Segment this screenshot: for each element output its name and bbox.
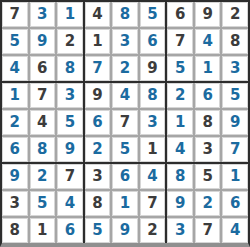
cell-r6c5[interactable]: 5 [112,137,138,162]
cell-r2c8[interactable]: 4 [195,29,221,54]
cell-r1c5[interactable]: 8 [112,2,138,27]
cell-r2c2[interactable]: 9 [30,29,56,54]
cell-r9c5[interactable]: 9 [112,218,138,243]
cell-r7c6[interactable]: 4 [140,164,166,189]
cell-r7c7[interactable]: 8 [167,164,193,189]
cell-r5c3[interactable]: 5 [57,110,83,135]
cell-r4c9[interactable]: 5 [222,83,248,108]
cell-r5c5[interactable]: 7 [112,110,138,135]
cell-r8c8[interactable]: 2 [195,191,221,216]
cell-r9c1[interactable]: 8 [2,218,28,243]
cell-r5c4[interactable]: 6 [85,110,111,135]
cell-r8c2[interactable]: 5 [30,191,56,216]
cell-r1c1[interactable]: 7 [2,2,28,27]
cell-r8c5[interactable]: 1 [112,191,138,216]
cell-r8c1[interactable]: 3 [2,191,28,216]
cell-r8c3[interactable]: 4 [57,191,83,216]
cell-r5c7[interactable]: 1 [167,110,193,135]
sudoku-board: 7314856925921367484687295131739482652456… [0,0,250,247]
cell-r3c6[interactable]: 9 [140,56,166,81]
cell-r6c3[interactable]: 9 [57,137,83,162]
cell-r9c8[interactable]: 7 [195,218,221,243]
cell-r4c8[interactable]: 6 [195,83,221,108]
cell-r6c2[interactable]: 8 [30,137,56,162]
cell-r7c8[interactable]: 5 [195,164,221,189]
cell-r1c8[interactable]: 9 [195,2,221,27]
cell-r2c4[interactable]: 1 [85,29,111,54]
cell-r9c3[interactable]: 6 [57,218,83,243]
cell-r4c4[interactable]: 9 [85,83,111,108]
cell-r1c3[interactable]: 1 [57,2,83,27]
cell-r9c2[interactable]: 1 [30,218,56,243]
cell-r2c6[interactable]: 6 [140,29,166,54]
cell-r8c6[interactable]: 7 [140,191,166,216]
cell-r6c1[interactable]: 6 [2,137,28,162]
cell-r5c1[interactable]: 2 [2,110,28,135]
cell-r2c9[interactable]: 8 [222,29,248,54]
cell-r6c8[interactable]: 3 [195,137,221,162]
cell-r3c1[interactable]: 4 [2,56,28,81]
cell-r6c6[interactable]: 1 [140,137,166,162]
cell-r5c9[interactable]: 9 [222,110,248,135]
cell-r1c4[interactable]: 4 [85,2,111,27]
cell-r4c2[interactable]: 7 [30,83,56,108]
cell-r4c5[interactable]: 4 [112,83,138,108]
cell-r4c1[interactable]: 1 [2,83,28,108]
cell-r9c7[interactable]: 3 [167,218,193,243]
cell-r3c5[interactable]: 2 [112,56,138,81]
cell-r3c7[interactable]: 5 [167,56,193,81]
cell-r9c9[interactable]: 4 [222,218,248,243]
cell-r1c2[interactable]: 3 [30,2,56,27]
cell-r3c8[interactable]: 1 [195,56,221,81]
sudoku-grid: 7314856925921367484687295131739482652456… [2,2,248,243]
cell-r7c5[interactable]: 6 [112,164,138,189]
cell-r7c3[interactable]: 7 [57,164,83,189]
cell-r5c6[interactable]: 3 [140,110,166,135]
cell-r2c5[interactable]: 3 [112,29,138,54]
cell-r4c7[interactable]: 2 [167,83,193,108]
cell-r1c9[interactable]: 2 [222,2,248,27]
cell-r7c9[interactable]: 1 [222,164,248,189]
cell-r9c4[interactable]: 5 [85,218,111,243]
cell-r3c3[interactable]: 8 [57,56,83,81]
cell-r3c2[interactable]: 6 [30,56,56,81]
cell-r4c6[interactable]: 8 [140,83,166,108]
cell-r1c6[interactable]: 5 [140,2,166,27]
cell-r2c1[interactable]: 5 [2,29,28,54]
cell-r8c4[interactable]: 8 [85,191,111,216]
cell-r7c1[interactable]: 9 [2,164,28,189]
cell-r3c9[interactable]: 3 [222,56,248,81]
cell-r2c7[interactable]: 7 [167,29,193,54]
cell-r3c4[interactable]: 7 [85,56,111,81]
cell-r7c4[interactable]: 3 [85,164,111,189]
cell-r5c8[interactable]: 8 [195,110,221,135]
cell-r6c7[interactable]: 4 [167,137,193,162]
cell-r6c4[interactable]: 2 [85,137,111,162]
cell-r8c7[interactable]: 9 [167,191,193,216]
cell-r9c6[interactable]: 2 [140,218,166,243]
cell-r8c9[interactable]: 6 [222,191,248,216]
cell-r2c3[interactable]: 2 [57,29,83,54]
cell-r5c2[interactable]: 4 [30,110,56,135]
cell-r4c3[interactable]: 3 [57,83,83,108]
cell-r6c9[interactable]: 7 [222,137,248,162]
cell-r7c2[interactable]: 2 [30,164,56,189]
cell-r1c7[interactable]: 6 [167,2,193,27]
